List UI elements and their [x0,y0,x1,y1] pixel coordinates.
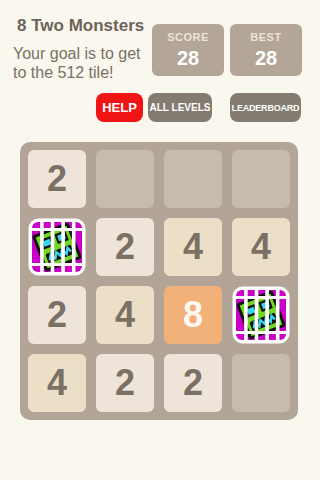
tile-4: 4 [232,218,290,276]
leaderboard-button[interactable]: LEADERBOARD [230,93,301,122]
goal-text-line1: Your goal is to get [13,44,141,63]
tile-2: 2 [28,150,86,208]
tile-8: 8 [164,286,222,344]
goal-text: Your goal is to get to the 512 tile! [13,44,141,82]
all-levels-button[interactable]: ALL LEVELS [148,93,212,122]
tile-2: 2 [96,218,154,276]
tile-4: 4 [96,286,154,344]
monster-cage-icon [28,218,86,276]
tile-2: 2 [164,354,222,412]
score-box: SCORE 28 [152,24,224,76]
goal-text-line2: to the 512 tile! [13,63,141,82]
page-title: 8 Two Monsters [17,16,144,36]
help-button[interactable]: HELP [96,93,143,122]
monster-tile [232,286,290,344]
monster-tile [28,218,86,276]
tile-2: 2 [28,286,86,344]
tile-4: 4 [164,218,222,276]
board[interactable]: 2 244248 [20,142,298,420]
tile-4: 4 [28,354,86,412]
score-value: 28 [152,47,224,70]
empty-cell [164,150,222,208]
monster-cage-icon [232,286,290,344]
best-value: 28 [230,47,302,70]
best-label: BEST [230,31,302,43]
best-box: BEST 28 [230,24,302,76]
empty-cell [232,354,290,412]
tile-2: 2 [96,354,154,412]
empty-cell [96,150,154,208]
empty-cell [232,150,290,208]
score-label: SCORE [152,31,224,43]
